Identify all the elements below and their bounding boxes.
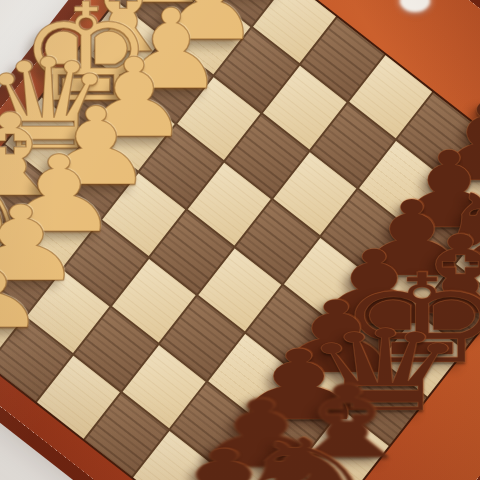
- white-pawn[interactable]: ♟: [0, 242, 51, 344]
- table-surface: ♜♞♝♛♚♝♞♜♟♟♟♟♟♟♟♟♟♟♟♟♟♟♟♟♜♞♝♛♚♝♞♜: [0, 0, 480, 480]
- pieces-layer: ♜♞♝♛♚♝♞♜♟♟♟♟♟♟♟♟♟♟♟♟♟♟♟♟♜♞♝♛♚♝♞♜: [0, 0, 480, 480]
- black-pawn[interactable]: ♟: [144, 438, 304, 480]
